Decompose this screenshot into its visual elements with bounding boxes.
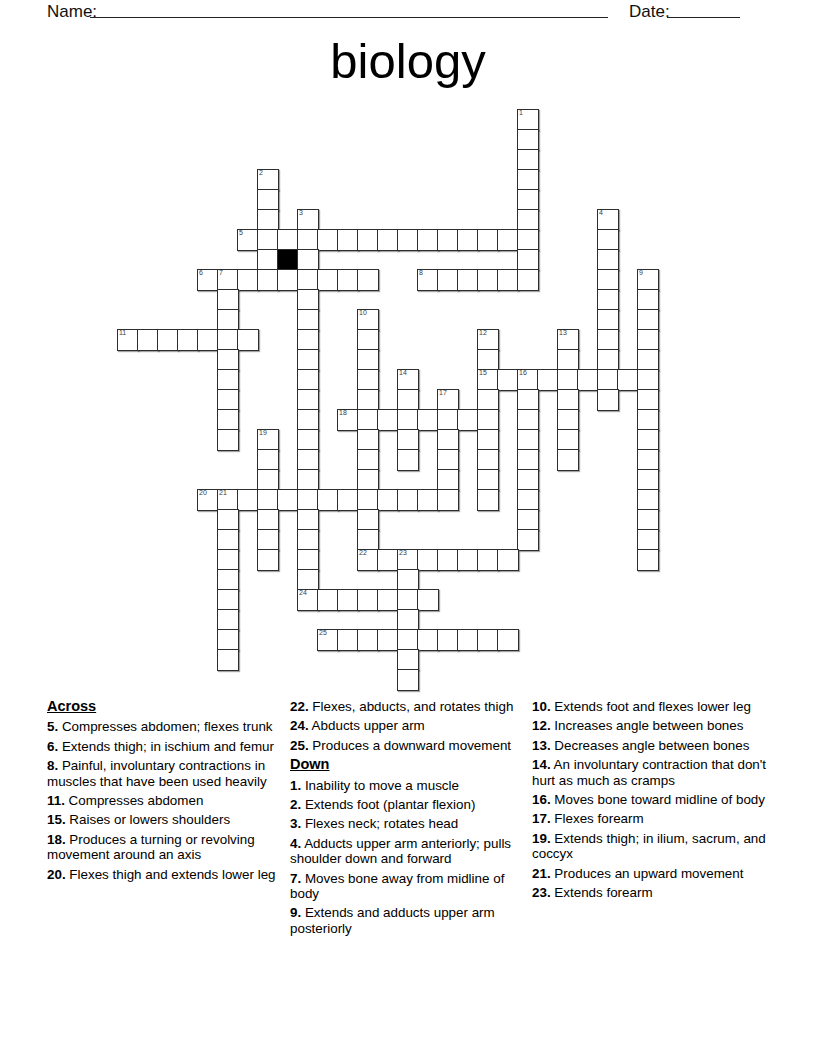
grid-cell[interactable] — [557, 349, 579, 371]
grid-cell[interactable] — [297, 509, 319, 531]
grid-cell[interactable] — [477, 389, 499, 411]
grid-cell[interactable] — [517, 169, 539, 191]
clue-number: 11 — [119, 329, 126, 337]
grid-cell[interactable] — [297, 449, 319, 471]
grid-cell[interactable] — [577, 369, 599, 391]
clue-4-down: 4. Adducts upper arm anteriorly; pulls s… — [290, 836, 527, 867]
grid-cell[interactable] — [477, 229, 499, 251]
grid-cell[interactable] — [437, 489, 459, 511]
grid-cell[interactable] — [617, 369, 639, 391]
grid-cell[interactable] — [557, 449, 579, 471]
grid-cell[interactable] — [217, 349, 239, 371]
clue-25-across: 25. Produces a downward movement — [290, 738, 527, 753]
grid-cell[interactable] — [357, 629, 379, 651]
grid-cell[interactable] — [477, 429, 499, 451]
grid-cell[interactable] — [437, 549, 459, 571]
grid-cell[interactable] — [357, 429, 379, 451]
name-blank-line[interactable] — [90, 0, 608, 18]
grid-cell[interactable] — [377, 629, 399, 651]
grid-cell[interactable] — [297, 329, 319, 351]
grid-cell[interactable] — [397, 569, 419, 591]
grid-cell[interactable]: 12 — [477, 329, 499, 351]
grid-cell[interactable] — [637, 329, 659, 351]
grid-cell[interactable] — [517, 229, 539, 251]
grid-cell[interactable] — [217, 409, 239, 431]
grid-cell[interactable] — [457, 269, 479, 291]
clue-23-down: 23. Extends forearm — [532, 885, 778, 900]
grid-cell[interactable] — [377, 489, 399, 511]
grid-cell[interactable] — [557, 369, 579, 391]
grid-cell[interactable] — [337, 489, 359, 511]
grid-cell[interactable] — [337, 629, 359, 651]
grid-cell[interactable] — [457, 409, 479, 431]
grid-cell[interactable] — [357, 589, 379, 611]
grid-cell[interactable] — [337, 589, 359, 611]
clue-7-down: 7. Moves bone away from midline of body — [290, 871, 527, 902]
clue-9-down: 9. Extends and adducts upper arm posteri… — [290, 905, 527, 936]
grid-cell[interactable] — [417, 489, 439, 511]
grid-cell[interactable] — [297, 489, 319, 511]
grid-cell[interactable] — [337, 269, 359, 291]
clue-number-label: 6. — [47, 739, 58, 754]
grid-cell[interactable]: 6 — [197, 269, 219, 291]
grid-cell[interactable] — [297, 529, 319, 551]
grid-cell[interactable] — [217, 609, 239, 631]
grid-cell[interactable]: 10 — [357, 309, 379, 331]
grid-cell[interactable]: 22 — [357, 549, 379, 571]
grid-cell[interactable] — [517, 509, 539, 531]
grid-cell[interactable] — [277, 229, 299, 251]
grid-cell[interactable] — [417, 409, 439, 431]
grid-cell[interactable] — [517, 189, 539, 211]
grid-cell[interactable] — [317, 589, 339, 611]
clue-number: 16 — [519, 369, 527, 377]
grid-cell[interactable] — [517, 389, 539, 411]
grid-cell[interactable] — [337, 229, 359, 251]
grid-cell[interactable] — [597, 329, 619, 351]
clue-1-down: 1. Inability to move a muscle — [290, 778, 527, 793]
clue-number: 23 — [399, 549, 407, 557]
grid-cell[interactable] — [637, 409, 659, 431]
grid-cell[interactable]: 1 — [517, 109, 539, 131]
grid-cell[interactable] — [437, 449, 459, 471]
grid-cell[interactable] — [217, 309, 239, 331]
grid-cell[interactable]: 21 — [217, 489, 239, 511]
grid-cell[interactable] — [557, 409, 579, 431]
grid-cell[interactable] — [397, 389, 419, 411]
clue-number-label: 8. — [47, 758, 58, 773]
grid-cell[interactable] — [637, 509, 659, 531]
clue-number-label: 11. — [47, 793, 65, 808]
clue-11-across: 11. Compresses abdomen — [47, 793, 284, 808]
grid-cell[interactable] — [637, 389, 659, 411]
clue-number: 8 — [419, 269, 423, 277]
clue-20-across: 20. Flexes thigh and extends lower leg — [47, 867, 284, 882]
grid-cell[interactable] — [357, 489, 379, 511]
grid-cell[interactable] — [217, 329, 239, 351]
grid-cell[interactable] — [477, 489, 499, 511]
crossword-grid: 1234567891011121314151617181920212223242… — [117, 109, 661, 693]
grid-cell[interactable]: 17 — [437, 389, 459, 411]
grid-cell[interactable] — [137, 329, 159, 351]
grid-cell[interactable] — [217, 649, 239, 671]
grid-cell[interactable] — [477, 349, 499, 371]
grid-cell[interactable] — [357, 409, 379, 431]
grid-cell[interactable] — [277, 269, 299, 291]
clue-column-1: Across5. Compresses abdomen; flexes trun… — [47, 699, 284, 886]
grid-cell[interactable] — [377, 229, 399, 251]
grid-cell[interactable] — [537, 369, 559, 391]
clue-number: 12 — [479, 329, 487, 337]
grid-cell[interactable] — [497, 269, 519, 291]
grid-cell[interactable]: 14 — [397, 369, 419, 391]
grid-cell[interactable] — [157, 329, 179, 351]
clue-3-down: 3. Flexes neck; rotates head — [290, 816, 527, 831]
clue-number-label: 4. — [290, 836, 301, 851]
grid-cell[interactable] — [397, 589, 419, 611]
grid-cell[interactable]: 19 — [257, 429, 279, 451]
clue-number: 10 — [359, 309, 367, 317]
clue-number: 24 — [299, 589, 307, 597]
grid-cell[interactable] — [397, 409, 419, 431]
grid-cell[interactable] — [297, 369, 319, 391]
clue-number-label: 2. — [290, 797, 301, 812]
grid-cell[interactable] — [437, 429, 459, 451]
grid-cell[interactable] — [257, 269, 279, 291]
clue-number-label: 19. — [532, 831, 551, 846]
grid-cell[interactable] — [417, 589, 439, 611]
grid-cell[interactable] — [217, 429, 239, 451]
grid-cell[interactable] — [397, 229, 419, 251]
clue-12-down: 12. Increases angle between bones — [532, 718, 778, 733]
clue-8-across: 8. Painful, involuntary contractions in … — [47, 758, 284, 789]
clue-number: 4 — [599, 209, 603, 217]
grid-cell[interactable] — [517, 469, 539, 491]
grid-cell[interactable] — [277, 489, 299, 511]
puzzle-title: biology — [0, 33, 816, 89]
clue-number: 13 — [559, 329, 567, 337]
grid-cell[interactable] — [477, 629, 499, 651]
grid-cell[interactable] — [397, 609, 419, 631]
clue-number: 18 — [339, 409, 347, 417]
grid-cell[interactable] — [317, 489, 339, 511]
grid-cell[interactable] — [377, 549, 399, 571]
grid-cell[interactable]: 25 — [317, 629, 339, 651]
grid-cell[interactable] — [637, 369, 659, 391]
grid-cell[interactable] — [397, 649, 419, 671]
grid-cell[interactable] — [497, 549, 519, 571]
clue-number: 7 — [219, 269, 223, 277]
clue-number: 9 — [639, 269, 643, 277]
grid-cell[interactable] — [297, 229, 319, 251]
grid-cell[interactable] — [497, 629, 519, 651]
grid-cell[interactable] — [397, 629, 419, 651]
grid-cell[interactable] — [297, 309, 319, 331]
grid-cell[interactable] — [597, 389, 619, 411]
grid-cell[interactable] — [297, 409, 319, 431]
grid-cell[interactable] — [377, 589, 399, 611]
clue-number-label: 7. — [290, 871, 301, 886]
clue-number-label: 1. — [290, 778, 301, 793]
grid-cell[interactable]: 8 — [417, 269, 439, 291]
grid-cell[interactable]: 18 — [337, 409, 359, 431]
grid-cell[interactable] — [357, 269, 379, 291]
clue-number: 17 — [439, 389, 447, 397]
grid-cell[interactable] — [637, 549, 659, 571]
clue-22-across: 22. Flexes, abducts, and rotates thigh — [290, 699, 527, 714]
grid-cell[interactable] — [297, 549, 319, 571]
grid-cell[interactable]: 23 — [397, 549, 419, 571]
clue-18-across: 18. Produces a turning or revolving move… — [47, 832, 284, 863]
grid-cell[interactable] — [477, 409, 499, 431]
clue-number: 20 — [199, 489, 207, 497]
clue-number-label: 25. — [290, 738, 309, 753]
grid-cell[interactable] — [217, 289, 239, 311]
grid-cell[interactable] — [637, 429, 659, 451]
grid-cell[interactable]: 11 — [117, 329, 139, 351]
clue-number-label: 16. — [532, 792, 551, 807]
grid-cell[interactable] — [257, 209, 279, 231]
clue-number: 14 — [399, 369, 407, 377]
grid-cell[interactable] — [477, 549, 499, 571]
grid-cell[interactable] — [317, 229, 339, 251]
grid-cell[interactable] — [397, 429, 419, 451]
grid-cell[interactable] — [357, 529, 379, 551]
clue-number-label: 20. — [47, 867, 66, 882]
grid-cell[interactable] — [257, 449, 279, 471]
clue-number: 1 — [519, 109, 523, 117]
clue-number: 21 — [219, 489, 227, 497]
clue-list-header-down: Down — [290, 757, 527, 772]
grid-cell[interactable] — [417, 229, 439, 251]
clue-column-3: 10. Extends foot and flexes lower leg12.… — [532, 699, 778, 904]
grid-cell[interactable] — [437, 269, 459, 291]
grid-cell[interactable] — [257, 489, 279, 511]
clue-16-down: 16. Moves bone toward midline of body — [532, 792, 778, 807]
clue-number-label: 12. — [532, 718, 551, 733]
clue-number: 15 — [479, 369, 487, 377]
grid-cell[interactable] — [517, 409, 539, 431]
grid-cell[interactable]: 16 — [517, 369, 539, 391]
clue-number-label: 14. — [532, 757, 551, 772]
grid-cell[interactable] — [217, 509, 239, 531]
date-blank-line[interactable] — [667, 0, 740, 18]
clue-column-2: 22. Flexes, abducts, and rotates thigh24… — [290, 699, 527, 940]
clue-number: 19 — [259, 429, 267, 437]
clue-number-label: 10. — [532, 699, 551, 714]
grid-cell[interactable] — [457, 229, 479, 251]
grid-cell[interactable] — [417, 629, 439, 651]
grid-cell[interactable] — [257, 229, 279, 251]
grid-cell[interactable] — [497, 229, 519, 251]
grid-cell[interactable] — [597, 349, 619, 371]
grid-cell[interactable] — [517, 449, 539, 471]
grid-cell[interactable] — [237, 269, 259, 291]
grid-cell[interactable] — [217, 569, 239, 591]
grid-cell[interactable] — [357, 469, 379, 491]
grid-cell[interactable] — [517, 529, 539, 551]
grid-cell[interactable]: 9 — [637, 269, 659, 291]
grid-cell[interactable] — [357, 449, 379, 471]
clue-2-down: 2. Extends foot (plantar flexion) — [290, 797, 527, 812]
clue-number: 2 — [259, 169, 263, 177]
grid-cell[interactable] — [397, 669, 419, 691]
clue-number-label: 15. — [47, 812, 66, 827]
grid-cell[interactable] — [457, 629, 479, 651]
clue-number-label: 3. — [290, 816, 301, 831]
grid-cell[interactable] — [317, 269, 339, 291]
grid-cell[interactable] — [257, 189, 279, 211]
clue-number: 6 — [199, 269, 203, 277]
grid-cell[interactable] — [437, 469, 459, 491]
grid-cell[interactable] — [297, 429, 319, 451]
grid-cell[interactable] — [457, 549, 479, 571]
grid-cell[interactable] — [497, 369, 519, 391]
grid-cell[interactable]: 13 — [557, 329, 579, 351]
grid-cell[interactable] — [257, 469, 279, 491]
grid-cell[interactable] — [297, 269, 319, 291]
grid-cell[interactable] — [357, 349, 379, 371]
clue-6-across: 6. Extends thigh; in ischium and femur — [47, 739, 284, 754]
grid-cell[interactable] — [217, 629, 239, 651]
grid-cell[interactable] — [437, 229, 459, 251]
grid-cell[interactable] — [217, 389, 239, 411]
clue-15-across: 15. Raises or lowers shoulders — [47, 812, 284, 827]
grid-cell[interactable] — [597, 269, 619, 291]
grid-cell[interactable] — [357, 389, 379, 411]
grid-cell[interactable] — [257, 529, 279, 551]
grid-cell[interactable] — [417, 549, 439, 571]
grid-cell[interactable] — [297, 469, 319, 491]
clue-19-down: 19. Extends thigh; in ilium, sacrum, and… — [532, 831, 778, 862]
grid-cell[interactable] — [637, 349, 659, 371]
clue-number-label: 22. — [290, 699, 309, 714]
grid-cell[interactable]: 5 — [237, 229, 259, 251]
clue-number: 3 — [299, 209, 303, 217]
clue-number-label: 18. — [47, 832, 66, 847]
grid-cell[interactable] — [377, 409, 399, 431]
grid-cell[interactable] — [597, 369, 619, 391]
grid-cell[interactable] — [357, 509, 379, 531]
grid-cell[interactable]: 15 — [477, 369, 499, 391]
grid-cell[interactable] — [297, 389, 319, 411]
grid-cell[interactable]: 3 — [297, 209, 319, 231]
clue-14-down: 14. An involuntary contraction that don'… — [532, 757, 778, 788]
clue-number-label: 9. — [290, 905, 301, 920]
grid-cell[interactable] — [437, 409, 459, 431]
clue-list-header-across: Across — [47, 699, 284, 714]
grid-cell[interactable] — [357, 369, 379, 391]
clue-number-label: 17. — [532, 811, 551, 826]
grid-cell[interactable] — [217, 529, 239, 551]
grid-cell[interactable]: 2 — [257, 169, 279, 191]
grid-cell[interactable] — [257, 509, 279, 531]
grid-cell[interactable] — [217, 589, 239, 611]
clue-number-label: 24. — [290, 718, 309, 733]
grid-cell[interactable] — [517, 209, 539, 231]
grid-cell[interactable] — [257, 249, 279, 271]
clue-number: 22 — [359, 549, 367, 557]
grid-cell[interactable] — [597, 289, 619, 311]
clue-number-label: 5. — [47, 719, 58, 734]
grid-cell[interactable] — [517, 249, 539, 271]
grid-cell[interactable] — [357, 329, 379, 351]
grid-cell[interactable]: 20 — [197, 489, 219, 511]
grid-cell[interactable] — [237, 489, 259, 511]
date-label: Date: — [629, 2, 670, 22]
grid-cell[interactable] — [177, 329, 199, 351]
clue-number-label: 13. — [532, 738, 551, 753]
grid-cell[interactable] — [257, 549, 279, 571]
grid-cell[interactable] — [477, 449, 499, 471]
clue-17-down: 17. Flexes forearm — [532, 811, 778, 826]
grid-cell[interactable] — [217, 369, 239, 391]
grid-cell[interactable] — [237, 329, 259, 351]
grid-cell[interactable] — [597, 229, 619, 251]
grid-cell[interactable] — [637, 529, 659, 551]
clue-5-across: 5. Compresses abdomen; flexes trunk — [47, 719, 284, 734]
clue-13-down: 13. Decreases angle between bones — [532, 738, 778, 753]
clue-number: 5 — [239, 229, 243, 237]
clue-number-label: 21. — [532, 866, 551, 881]
clue-number-label: 23. — [532, 885, 551, 900]
grid-cell[interactable]: 4 — [597, 209, 619, 231]
grid-cell[interactable] — [637, 309, 659, 331]
grid-cell[interactable] — [557, 429, 579, 451]
grid-cell[interactable] — [597, 309, 619, 331]
grid-cell[interactable] — [477, 469, 499, 491]
grid-cell[interactable] — [517, 489, 539, 511]
grid-cell[interactable] — [637, 489, 659, 511]
grid-cell[interactable] — [637, 449, 659, 471]
grid-cell[interactable] — [477, 269, 499, 291]
grid-cell[interactable] — [517, 429, 539, 451]
grid-cell[interactable]: 7 — [217, 269, 239, 291]
clue-number: 25 — [319, 629, 327, 637]
blocked-cell — [277, 249, 299, 271]
grid-cell[interactable] — [297, 249, 319, 271]
grid-cell[interactable] — [397, 489, 419, 511]
grid-cell[interactable] — [297, 349, 319, 371]
grid-cell[interactable] — [517, 149, 539, 171]
grid-cell[interactable] — [297, 289, 319, 311]
clue-24-across: 24. Abducts upper arm — [290, 718, 527, 733]
grid-cell[interactable] — [637, 289, 659, 311]
grid-cell[interactable] — [637, 469, 659, 491]
grid-cell[interactable] — [197, 329, 219, 351]
clue-21-down: 21. Produces an upward movement — [532, 866, 778, 881]
clue-10-down: 10. Extends foot and flexes lower leg — [532, 699, 778, 714]
grid-cell[interactable] — [437, 629, 459, 651]
grid-cell[interactable] — [297, 569, 319, 591]
grid-cell[interactable] — [557, 389, 579, 411]
grid-cell[interactable] — [517, 269, 539, 291]
grid-cell[interactable] — [217, 549, 239, 571]
grid-cell[interactable] — [517, 129, 539, 151]
grid-cell[interactable] — [597, 249, 619, 271]
grid-cell[interactable]: 24 — [297, 589, 319, 611]
grid-cell[interactable] — [397, 449, 419, 471]
grid-cell[interactable] — [357, 229, 379, 251]
